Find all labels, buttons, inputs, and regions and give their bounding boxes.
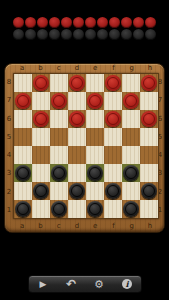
square-b4[interactable] <box>32 146 50 164</box>
rank-label-5: 5 <box>5 128 13 146</box>
square-c6[interactable] <box>50 110 68 128</box>
settings-icon: ⚙ <box>94 279 104 290</box>
red-tray-piece <box>109 17 120 28</box>
info-button[interactable]: i <box>117 276 137 292</box>
red-tray-piece <box>49 17 60 28</box>
square-e7[interactable] <box>86 92 104 110</box>
file-label-b: b <box>31 64 49 72</box>
square-a7[interactable] <box>14 92 32 110</box>
red-tray-piece <box>133 17 144 28</box>
red-piece-d8[interactable] <box>69 75 85 91</box>
square-c7[interactable] <box>50 92 68 110</box>
square-c3[interactable] <box>50 164 68 182</box>
file-label-e: e <box>86 64 104 72</box>
black-piece-c1[interactable] <box>51 201 67 217</box>
square-h5[interactable] <box>140 128 158 146</box>
red-tray-piece <box>85 17 96 28</box>
square-d1[interactable] <box>68 200 86 218</box>
square-b8[interactable] <box>32 74 50 92</box>
square-d4[interactable] <box>68 146 86 164</box>
red-piece-e7[interactable] <box>87 93 103 109</box>
square-c4[interactable] <box>50 146 68 164</box>
square-h1[interactable] <box>140 200 158 218</box>
black-piece-g1[interactable] <box>123 201 139 217</box>
black-tray-piece <box>73 29 84 40</box>
black-tray-piece <box>133 29 144 40</box>
square-h3[interactable] <box>140 164 158 182</box>
file-label-f: f <box>104 64 122 72</box>
square-b2[interactable] <box>32 182 50 200</box>
black-tray-piece <box>25 29 36 40</box>
red-piece-c7[interactable] <box>51 93 67 109</box>
square-b3[interactable] <box>32 164 50 182</box>
black-tray-piece <box>97 29 108 40</box>
square-d5[interactable] <box>68 128 86 146</box>
black-tray-piece <box>61 29 72 40</box>
red-piece-d6[interactable] <box>69 111 85 127</box>
square-g1[interactable] <box>122 200 140 218</box>
rank-label-4: 4 <box>5 146 13 164</box>
square-e8[interactable] <box>86 74 104 92</box>
black-tray-piece <box>121 29 132 40</box>
square-e1[interactable] <box>86 200 104 218</box>
black-tray-piece <box>145 29 156 40</box>
red-piece-b6[interactable] <box>33 111 49 127</box>
checkers-board: abcdefgh abcdefgh 87654321 87654321 <box>4 63 165 233</box>
rank-label-1: 1 <box>5 201 13 219</box>
play-icon: ▶ <box>40 280 47 289</box>
file-label-d: d <box>68 222 86 230</box>
square-f6[interactable] <box>104 110 122 128</box>
file-label-h: h <box>141 222 159 230</box>
square-f2[interactable] <box>104 182 122 200</box>
red-tray-piece <box>25 17 36 28</box>
square-c8[interactable] <box>50 74 68 92</box>
square-h6[interactable] <box>140 110 158 128</box>
black-tray-piece <box>37 29 48 40</box>
square-d6[interactable] <box>68 110 86 128</box>
rank-label-3: 3 <box>5 164 13 182</box>
square-a3[interactable] <box>14 164 32 182</box>
square-b6[interactable] <box>32 110 50 128</box>
black-piece-c3[interactable] <box>51 165 67 181</box>
rank-labels-left: 87654321 <box>5 73 13 219</box>
red-piece-f6[interactable] <box>105 111 121 127</box>
black-piece-b2[interactable] <box>33 183 49 199</box>
file-label-a: a <box>13 222 31 230</box>
red-tray-piece <box>97 17 108 28</box>
square-e3[interactable] <box>86 164 104 182</box>
square-d8[interactable] <box>68 74 86 92</box>
file-label-c: c <box>50 64 68 72</box>
red-tray-piece <box>145 17 156 28</box>
square-a1[interactable] <box>14 200 32 218</box>
captured-tray-black <box>13 29 156 40</box>
square-b1[interactable] <box>32 200 50 218</box>
red-piece-h6[interactable] <box>141 111 157 127</box>
file-label-b: b <box>31 222 49 230</box>
square-h2[interactable] <box>140 182 158 200</box>
square-f1[interactable] <box>104 200 122 218</box>
black-tray-piece <box>13 29 24 40</box>
black-piece-a1[interactable] <box>15 201 31 217</box>
red-piece-g7[interactable] <box>123 93 139 109</box>
file-label-g: g <box>123 222 141 230</box>
rank-label-7: 7 <box>5 91 13 109</box>
square-c1[interactable] <box>50 200 68 218</box>
square-f8[interactable] <box>104 74 122 92</box>
square-e6[interactable] <box>86 110 104 128</box>
red-piece-a7[interactable] <box>15 93 31 109</box>
red-piece-b8[interactable] <box>33 75 49 91</box>
square-d7[interactable] <box>68 92 86 110</box>
square-d2[interactable] <box>68 182 86 200</box>
rank-label-6: 6 <box>5 110 13 128</box>
square-b7[interactable] <box>32 92 50 110</box>
square-f5[interactable] <box>104 128 122 146</box>
board-grid <box>13 73 159 219</box>
file-label-e: e <box>86 222 104 230</box>
square-h8[interactable] <box>140 74 158 92</box>
undo-icon: ↶ <box>66 278 76 290</box>
square-f7[interactable] <box>104 92 122 110</box>
red-tray-piece <box>121 17 132 28</box>
square-e4[interactable] <box>86 146 104 164</box>
square-d3[interactable] <box>68 164 86 182</box>
file-label-c: c <box>50 222 68 230</box>
rank-label-8: 8 <box>5 73 13 91</box>
square-f4[interactable] <box>104 146 122 164</box>
file-label-f: f <box>104 222 122 230</box>
square-b5[interactable] <box>32 128 50 146</box>
square-h4[interactable] <box>140 146 158 164</box>
file-label-h: h <box>141 64 159 72</box>
square-e5[interactable] <box>86 128 104 146</box>
square-c2[interactable] <box>50 182 68 200</box>
black-piece-a3[interactable] <box>15 165 31 181</box>
file-label-d: d <box>68 64 86 72</box>
square-g5[interactable] <box>122 128 140 146</box>
square-f3[interactable] <box>104 164 122 182</box>
black-tray-piece <box>109 29 120 40</box>
black-piece-e3[interactable] <box>87 165 103 181</box>
black-piece-g3[interactable] <box>123 165 139 181</box>
square-g8[interactable] <box>122 74 140 92</box>
black-piece-f2[interactable] <box>105 183 121 199</box>
file-label-a: a <box>13 64 31 72</box>
black-tray-piece <box>85 29 96 40</box>
square-h7[interactable] <box>140 92 158 110</box>
square-a4[interactable] <box>14 146 32 164</box>
red-tray-piece <box>37 17 48 28</box>
black-tray-piece <box>49 29 60 40</box>
undo-button[interactable]: ↶ <box>61 276 81 292</box>
square-g6[interactable] <box>122 110 140 128</box>
info-icon: i <box>122 279 132 289</box>
square-a6[interactable] <box>14 110 32 128</box>
square-a2[interactable] <box>14 182 32 200</box>
black-piece-d2[interactable] <box>69 183 85 199</box>
square-a5[interactable] <box>14 128 32 146</box>
red-tray-piece <box>61 17 72 28</box>
rank-label-2: 2 <box>5 183 13 201</box>
red-piece-f8[interactable] <box>105 75 121 91</box>
black-piece-h2[interactable] <box>141 183 157 199</box>
red-tray-piece <box>73 17 84 28</box>
file-labels-top: abcdefgh <box>13 64 159 72</box>
square-g3[interactable] <box>122 164 140 182</box>
captured-tray-red <box>13 17 156 28</box>
square-e2[interactable] <box>86 182 104 200</box>
square-c5[interactable] <box>50 128 68 146</box>
red-tray-piece <box>13 17 24 28</box>
settings-button[interactable]: ⚙ <box>89 276 109 292</box>
bottom-toolbar: ▶↶⚙i <box>28 275 142 293</box>
square-g2[interactable] <box>122 182 140 200</box>
red-piece-h8[interactable] <box>141 75 157 91</box>
play-button[interactable]: ▶ <box>33 276 53 292</box>
square-g4[interactable] <box>122 146 140 164</box>
square-a8[interactable] <box>14 74 32 92</box>
file-label-g: g <box>123 64 141 72</box>
black-piece-e1[interactable] <box>87 201 103 217</box>
square-g7[interactable] <box>122 92 140 110</box>
file-labels-bottom: abcdefgh <box>13 222 159 230</box>
